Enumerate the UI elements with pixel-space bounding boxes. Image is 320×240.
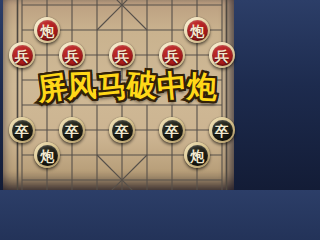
black-disc: 卒 — [12, 120, 33, 141]
piece-black-pawn-4[interactable]: 卒 — [159, 117, 185, 143]
black-disc: 炮 — [187, 145, 208, 166]
xiangqi-screenshot: 炮炮兵兵兵兵兵卒卒卒卒卒炮炮 屏风马破中炮 — [0, 0, 253, 190]
piece-glyph: 卒 — [115, 124, 129, 138]
piece-glyph: 兵 — [115, 49, 129, 63]
red-disc: 兵 — [12, 45, 33, 66]
piece-glyph: 兵 — [65, 49, 79, 63]
piece-glyph: 卒 — [15, 124, 29, 138]
red-disc: 兵 — [62, 45, 83, 66]
red-disc: 炮 — [187, 20, 208, 41]
black-disc: 卒 — [62, 120, 83, 141]
piece-black-pawn-5[interactable]: 卒 — [209, 117, 235, 143]
piece-glyph: 炮 — [40, 24, 54, 38]
piece-black-pawn-2[interactable]: 卒 — [59, 117, 85, 143]
piece-red-pawn-5[interactable]: 兵 — [209, 42, 235, 68]
red-disc: 兵 — [112, 45, 133, 66]
piece-black-cannon-left[interactable]: 炮 — [34, 142, 60, 168]
piece-layer: 炮炮兵兵兵兵兵卒卒卒卒卒炮炮 — [10, 0, 235, 190]
piece-black-pawn-1[interactable]: 卒 — [9, 117, 35, 143]
piece-red-cannon-left[interactable]: 炮 — [34, 17, 60, 43]
red-disc: 兵 — [212, 45, 233, 66]
piece-glyph: 兵 — [215, 49, 229, 63]
black-disc: 卒 — [112, 120, 133, 141]
piece-red-pawn-3[interactable]: 兵 — [109, 42, 135, 68]
red-disc: 兵 — [162, 45, 183, 66]
black-disc: 炮 — [37, 145, 58, 166]
piece-black-pawn-3[interactable]: 卒 — [109, 117, 135, 143]
piece-glyph: 兵 — [165, 49, 179, 63]
piece-red-pawn-2[interactable]: 兵 — [59, 42, 85, 68]
piece-glyph: 炮 — [190, 149, 204, 163]
piece-glyph: 炮 — [190, 24, 204, 38]
piece-glyph: 炮 — [40, 149, 54, 163]
black-disc: 卒 — [162, 120, 183, 141]
black-disc: 卒 — [212, 120, 233, 141]
red-disc: 炮 — [37, 20, 58, 41]
piece-glyph: 兵 — [15, 49, 29, 63]
piece-glyph: 卒 — [65, 124, 79, 138]
piece-red-pawn-4[interactable]: 兵 — [159, 42, 185, 68]
piece-black-cannon-right[interactable]: 炮 — [184, 142, 210, 168]
piece-glyph: 卒 — [165, 124, 179, 138]
piece-glyph: 卒 — [215, 124, 229, 138]
piece-red-pawn-1[interactable]: 兵 — [9, 42, 35, 68]
piece-red-cannon-right[interactable]: 炮 — [184, 17, 210, 43]
